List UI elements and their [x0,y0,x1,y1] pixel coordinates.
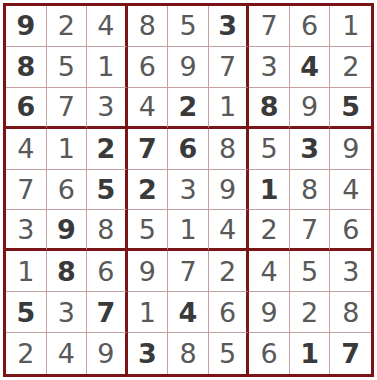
cell-r7c6[interactable]: 2 [209,251,250,292]
cell-r1c7[interactable]: 7 [249,6,290,47]
cell-r9c4[interactable]: 3 [128,333,169,374]
cell-r6c2[interactable]: 9 [47,210,88,251]
cell-r7c7[interactable]: 4 [249,251,290,292]
cell-r9c9[interactable]: 7 [330,333,371,374]
cell-r3c9[interactable]: 5 [330,88,371,129]
cell-r9c8[interactable]: 1 [290,333,331,374]
cell-r9c1[interactable]: 2 [6,333,47,374]
cell-r4c4[interactable]: 7 [128,129,169,170]
cell-r2c6[interactable]: 7 [209,47,250,88]
cell-r4c7[interactable]: 5 [249,129,290,170]
cell-r1c1[interactable]: 9 [6,6,47,47]
cell-r8c8[interactable]: 2 [290,292,331,333]
cell-r5c4[interactable]: 2 [128,170,169,211]
cell-r4c3[interactable]: 2 [87,129,128,170]
cell-r7c4[interactable]: 9 [128,251,169,292]
cell-r3c5[interactable]: 2 [168,88,209,129]
cell-r4c1[interactable]: 4 [6,129,47,170]
cell-r2c2[interactable]: 5 [47,47,88,88]
cell-r6c6[interactable]: 4 [209,210,250,251]
cell-r8c2[interactable]: 3 [47,292,88,333]
cell-r2c4[interactable]: 6 [128,47,169,88]
cell-r3c2[interactable]: 7 [47,88,88,129]
cell-r1c4[interactable]: 8 [128,6,169,47]
cell-r1c3[interactable]: 4 [87,6,128,47]
cell-r2c5[interactable]: 9 [168,47,209,88]
cell-r6c7[interactable]: 2 [249,210,290,251]
cell-r1c2[interactable]: 2 [47,6,88,47]
cell-r4c5[interactable]: 6 [168,129,209,170]
cell-r9c7[interactable]: 6 [249,333,290,374]
cell-r8c7[interactable]: 9 [249,292,290,333]
cell-r7c9[interactable]: 3 [330,251,371,292]
cell-r6c8[interactable]: 7 [290,210,331,251]
cell-r3c8[interactable]: 9 [290,88,331,129]
cell-r8c9[interactable]: 8 [330,292,371,333]
cell-r1c9[interactable]: 1 [330,6,371,47]
cell-r5c9[interactable]: 4 [330,170,371,211]
cell-r7c2[interactable]: 8 [47,251,88,292]
cell-r4c8[interactable]: 3 [290,129,331,170]
cell-r1c8[interactable]: 6 [290,6,331,47]
cell-r6c4[interactable]: 5 [128,210,169,251]
cell-r9c3[interactable]: 9 [87,333,128,374]
cell-r3c6[interactable]: 1 [209,88,250,129]
cell-r8c6[interactable]: 6 [209,292,250,333]
cell-r1c5[interactable]: 5 [168,6,209,47]
cell-r2c1[interactable]: 8 [6,47,47,88]
cell-r5c6[interactable]: 9 [209,170,250,211]
cell-r3c7[interactable]: 8 [249,88,290,129]
cell-r2c7[interactable]: 3 [249,47,290,88]
cell-r1c6[interactable]: 3 [209,6,250,47]
sudoku-board: 9248537618516973426734218954127685397652… [3,3,374,377]
cell-r7c5[interactable]: 7 [168,251,209,292]
cell-r8c5[interactable]: 4 [168,292,209,333]
cell-r2c9[interactable]: 2 [330,47,371,88]
cell-r5c1[interactable]: 7 [6,170,47,211]
cell-r9c5[interactable]: 8 [168,333,209,374]
cell-r6c9[interactable]: 6 [330,210,371,251]
cell-r4c9[interactable]: 9 [330,129,371,170]
cell-r9c2[interactable]: 4 [47,333,88,374]
cell-r6c1[interactable]: 3 [6,210,47,251]
cell-r3c1[interactable]: 6 [6,88,47,129]
cell-r7c3[interactable]: 6 [87,251,128,292]
cell-r5c2[interactable]: 6 [47,170,88,211]
cell-r6c5[interactable]: 1 [168,210,209,251]
cell-r8c3[interactable]: 7 [87,292,128,333]
cell-r4c6[interactable]: 8 [209,129,250,170]
cell-r7c8[interactable]: 5 [290,251,331,292]
cell-r5c7[interactable]: 1 [249,170,290,211]
cell-r5c8[interactable]: 8 [290,170,331,211]
cell-r4c2[interactable]: 1 [47,129,88,170]
cell-r3c4[interactable]: 4 [128,88,169,129]
cell-r3c3[interactable]: 3 [87,88,128,129]
cell-r6c3[interactable]: 8 [87,210,128,251]
cell-r7c1[interactable]: 1 [6,251,47,292]
cell-r5c5[interactable]: 3 [168,170,209,211]
cell-r2c3[interactable]: 1 [87,47,128,88]
cell-r2c8[interactable]: 4 [290,47,331,88]
cell-r8c1[interactable]: 5 [6,292,47,333]
cell-r9c6[interactable]: 5 [209,333,250,374]
cell-r5c3[interactable]: 5 [87,170,128,211]
cell-r8c4[interactable]: 1 [128,292,169,333]
